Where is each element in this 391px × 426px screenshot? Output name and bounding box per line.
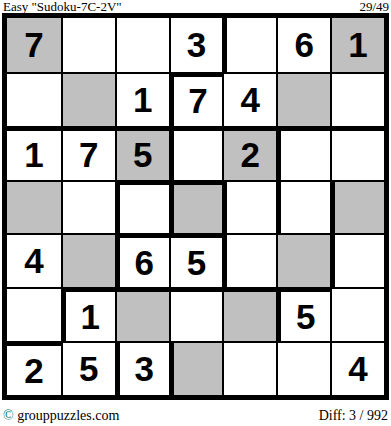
- puzzle-counter: 29/49: [359, 0, 389, 13]
- cell-r6c1[interactable]: [7, 287, 61, 341]
- cell-r3c5[interactable]: 2: [222, 126, 276, 180]
- cell-r1c7[interactable]: 1: [330, 18, 384, 72]
- cell-r2c2[interactable]: [61, 72, 115, 126]
- cell-r7c3[interactable]: 3: [115, 341, 169, 395]
- cell-r6c5[interactable]: [222, 287, 276, 341]
- cell-r4c7[interactable]: [330, 180, 384, 234]
- cell-r4c1[interactable]: [7, 180, 61, 234]
- difficulty-label: Diff: 3 / 992: [319, 407, 388, 424]
- cell-r1c2[interactable]: [61, 18, 115, 72]
- cell-r7c4[interactable]: [169, 341, 223, 395]
- cell-r7c5[interactable]: [222, 341, 276, 395]
- cell-r4c2[interactable]: [61, 180, 115, 234]
- page-title: Easy "Sudoku-7C-2V": [3, 0, 122, 13]
- cell-r4c3[interactable]: [115, 180, 169, 234]
- puzzle-sheet: Easy "Sudoku-7C-2V" 29/49 73611741752465…: [0, 0, 391, 426]
- cell-r7c7[interactable]: 4: [330, 341, 384, 395]
- cell-r3c3[interactable]: 5: [115, 126, 169, 180]
- cell-r2c1[interactable]: [7, 72, 61, 126]
- cell-r1c1[interactable]: 7: [7, 18, 61, 72]
- cell-r2c5[interactable]: 4: [222, 72, 276, 126]
- cell-r1c5[interactable]: [222, 18, 276, 72]
- cell-r5c1[interactable]: 4: [7, 233, 61, 287]
- cell-r2c7[interactable]: [330, 72, 384, 126]
- cell-r6c7[interactable]: [330, 287, 384, 341]
- cell-r5c7[interactable]: [330, 233, 384, 287]
- cell-r5c4[interactable]: 5: [169, 233, 223, 287]
- cell-r2c6[interactable]: [276, 72, 330, 126]
- cell-r5c5[interactable]: [222, 233, 276, 287]
- cell-r3c4[interactable]: [169, 126, 223, 180]
- cell-r7c6[interactable]: [276, 341, 330, 395]
- cell-r7c2[interactable]: 5: [61, 341, 115, 395]
- cell-r4c5[interactable]: [222, 180, 276, 234]
- cell-r7c1[interactable]: 2: [7, 341, 61, 395]
- cell-r4c4[interactable]: [169, 180, 223, 234]
- cell-r2c3[interactable]: 1: [115, 72, 169, 126]
- cell-r6c4[interactable]: [169, 287, 223, 341]
- cell-r5c2[interactable]: [61, 233, 115, 287]
- header: Easy "Sudoku-7C-2V" 29/49: [3, 0, 389, 13]
- cell-r3c7[interactable]: [330, 126, 384, 180]
- cell-r2c4[interactable]: 7: [169, 72, 223, 126]
- cell-r4c6[interactable]: [276, 180, 330, 234]
- footer: © grouppuzzles.com Diff: 3 / 992: [3, 405, 388, 424]
- cell-r6c6[interactable]: 5: [276, 287, 330, 341]
- cell-r1c3[interactable]: [115, 18, 169, 72]
- copyright-text: grouppuzzles.com: [14, 408, 120, 423]
- cell-r6c2[interactable]: 1: [61, 287, 115, 341]
- sudoku-board: 73611741752465152534: [2, 13, 389, 400]
- cell-r1c6[interactable]: 6: [276, 18, 330, 72]
- cell-r5c6[interactable]: [276, 233, 330, 287]
- cell-r3c2[interactable]: 7: [61, 126, 115, 180]
- cell-r5c3[interactable]: 6: [115, 233, 169, 287]
- cell-r3c1[interactable]: 1: [7, 126, 61, 180]
- cell-r6c3[interactable]: [115, 287, 169, 341]
- cell-r3c6[interactable]: [276, 126, 330, 180]
- copyright: © grouppuzzles.com: [3, 407, 119, 424]
- cell-r1c4[interactable]: 3: [169, 18, 223, 72]
- copyright-icon: ©: [3, 408, 14, 423]
